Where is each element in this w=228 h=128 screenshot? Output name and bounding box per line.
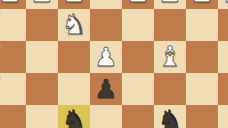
board-grid: ♟♟♟♟♟♟♟3♞4♟♝5♟6♞♞ (0, 0, 228, 128)
square-a6[interactable] (218, 105, 228, 128)
square-a4[interactable] (218, 41, 228, 73)
square-d4[interactable] (122, 41, 154, 73)
square-b6[interactable] (186, 105, 218, 128)
square-e3[interactable] (90, 9, 122, 41)
square-e6[interactable] (90, 105, 122, 128)
square-f4[interactable] (58, 41, 90, 73)
piece-white-pawn-g2[interactable]: ♟ (30, 0, 53, 9)
piece-white-knight-f3[interactable]: ♞ (61, 9, 86, 41)
square-e4[interactable]: ♟ (90, 41, 122, 73)
square-b5[interactable] (186, 73, 218, 105)
square-b2[interactable]: ♟ (186, 0, 218, 9)
square-f6[interactable]: ♞ (58, 105, 90, 128)
piece-white-pawn-h2[interactable]: ♟ (0, 0, 22, 9)
square-a2[interactable]: ♟ (218, 0, 228, 9)
square-b3[interactable] (186, 9, 218, 41)
piece-white-pawn-b2[interactable]: ♟ (190, 0, 213, 9)
square-h5[interactable]: 5 (0, 73, 26, 105)
square-g6[interactable] (26, 105, 58, 128)
piece-white-pawn-d2[interactable]: ♟ (126, 0, 149, 9)
square-f3[interactable]: ♞ (58, 9, 90, 41)
square-a5[interactable] (218, 73, 228, 105)
piece-black-knight-f6[interactable]: ♞ (61, 105, 86, 128)
square-c5[interactable] (154, 73, 186, 105)
square-g3[interactable] (26, 9, 58, 41)
square-d3[interactable] (122, 9, 154, 41)
square-h3[interactable]: 3 (0, 9, 26, 41)
square-h2[interactable]: ♟ (0, 0, 26, 9)
piece-white-pawn-e4[interactable]: ♟ (94, 41, 117, 73)
square-f5[interactable] (58, 73, 90, 105)
piece-white-pawn-c2[interactable]: ♟ (158, 0, 181, 9)
square-d5[interactable] (122, 73, 154, 105)
square-c6[interactable]: ♞ (154, 105, 186, 128)
piece-black-knight-c6[interactable]: ♞ (157, 105, 182, 128)
square-d6[interactable] (122, 105, 154, 128)
square-d2[interactable]: ♟ (122, 0, 154, 9)
chess-board: ♟♟♟♟♟♟♟3♞4♟♝5♟6♞♞ (0, 0, 228, 128)
piece-white-bishop-c4[interactable]: ♝ (157, 41, 182, 73)
square-a3[interactable] (218, 9, 228, 41)
square-c3[interactable] (154, 9, 186, 41)
square-g4[interactable] (26, 41, 58, 73)
piece-black-pawn-e5[interactable]: ♟ (94, 73, 117, 105)
square-h4[interactable]: 4 (0, 41, 26, 73)
square-h6[interactable]: 6 (0, 105, 26, 128)
square-e2[interactable] (90, 0, 122, 9)
square-c4[interactable]: ♝ (154, 41, 186, 73)
piece-white-pawn-a2[interactable]: ♟ (222, 0, 228, 9)
square-g2[interactable]: ♟ (26, 0, 58, 9)
square-g5[interactable] (26, 73, 58, 105)
square-b4[interactable] (186, 41, 218, 73)
square-e5[interactable]: ♟ (90, 73, 122, 105)
square-c2[interactable]: ♟ (154, 0, 186, 9)
